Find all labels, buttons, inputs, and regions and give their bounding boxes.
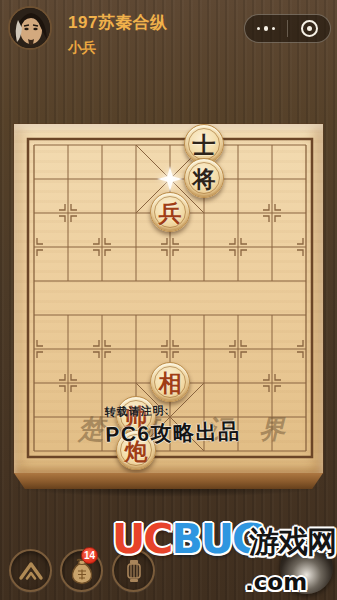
- avatar: [8, 6, 52, 50]
- chevron-up-icon: [18, 560, 44, 582]
- capsule-target-icon: [301, 20, 318, 37]
- avatar-portrait: [10, 8, 50, 48]
- wechat-capsule: [244, 14, 331, 43]
- collapse-button[interactable]: [9, 549, 52, 592]
- piece-兵[interactable]: 兵: [150, 192, 190, 232]
- piece-相[interactable]: 相: [150, 362, 190, 402]
- level-title: 197苏秦合纵: [68, 11, 168, 34]
- piece-将[interactable]: 将: [184, 158, 224, 198]
- bag-badge: 14: [81, 547, 98, 564]
- hint-button[interactable]: [112, 549, 155, 592]
- xiangqi-board[interactable]: 楚 河 汉 界 士将兵相帅炮 转载请注明: PC6攻略出品: [14, 124, 323, 473]
- ucbug-bug-text: BUG: [171, 515, 263, 563]
- app-screen: 197苏秦合纵 小兵 楚 河 汉 界 士将兵相帅炮 转载请注明: PC6攻略出品: [0, 0, 337, 600]
- board-3d-edge: [14, 473, 323, 489]
- lantern-icon: [124, 557, 144, 585]
- exit-button[interactable]: [288, 15, 330, 42]
- sphere-button[interactable]: [280, 541, 333, 594]
- river-label-right: 汉 界: [206, 412, 294, 447]
- more-dots-icon: [257, 26, 276, 31]
- more-button[interactable]: [245, 15, 287, 42]
- difficulty-label: 小兵: [68, 39, 168, 57]
- piece-炮[interactable]: 炮: [116, 430, 156, 470]
